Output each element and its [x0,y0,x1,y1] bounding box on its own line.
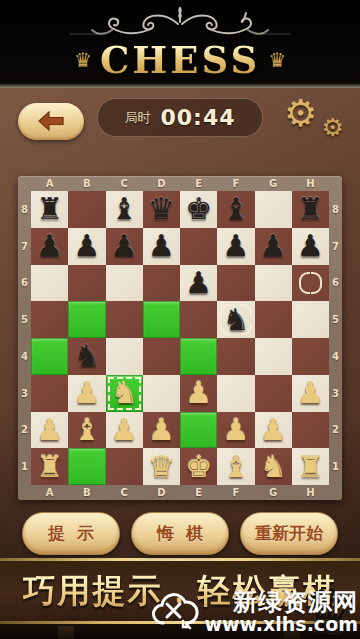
back-arrow-icon [36,111,66,131]
square-e1[interactable]: ♚ [180,448,217,485]
square-e6[interactable]: ♟ [180,265,217,302]
game-timer: 局时 00:44 [97,98,263,137]
file-label-bottom-h: H [292,485,329,500]
app-title: CHESS [100,38,260,82]
black-queen-d8: ♛ [148,194,175,224]
square-a4[interactable] [31,338,68,375]
white-knight-c3: ♞ [111,378,138,408]
file-label-top-b: B [68,176,105,191]
square-g2[interactable]: ♟ [255,412,292,449]
rank-label-left-8: 8 [18,191,31,228]
square-c3[interactable]: ♞ [106,375,143,412]
black-pawn-c7: ♟ [111,231,138,261]
board-corner [18,176,31,191]
file-label-top-g: G [255,176,292,191]
file-label-bottom-c: C [106,485,143,500]
app-screen: ♛ CHESS ♛ 局时 00:44 ⚙ ⚙ ABCDEFGH8♜♝♛♚♝♜87… [0,0,360,639]
square-c5[interactable] [106,301,143,338]
cloud-x-icon [150,590,200,634]
white-bishop-f1: ♝ [222,452,249,482]
watermark: 新绿资源网 www.xlhs.com [150,590,358,635]
square-a5[interactable] [31,301,68,338]
square-d6[interactable] [143,265,180,302]
square-b2[interactable]: ♝ [68,412,105,449]
square-f3[interactable] [217,375,254,412]
black-pawn-a7: ♟ [36,231,63,261]
timer-value: 00:44 [160,105,235,130]
black-rook-h8: ♜ [297,194,324,224]
square-h6[interactable] [292,265,329,302]
white-pawn-c2: ♟ [111,415,138,445]
square-f6[interactable] [217,265,254,302]
back-button[interactable] [18,103,84,140]
square-g3[interactable] [255,375,292,412]
restart-button[interactable]: 重新开始 [240,512,338,555]
white-pawn-d2: ♟ [148,415,175,445]
white-pawn-b3: ♟ [73,378,100,408]
file-label-top-a: A [31,176,68,191]
chess-board: ABCDEFGH8♜♝♛♚♝♜87♟♟♟♟♟♟♟76♟65♞54♞43♟♞♟♟3… [18,176,342,500]
file-label-bottom-g: G [255,485,292,500]
black-rook-a8: ♜ [36,194,63,224]
square-g6[interactable] [255,265,292,302]
white-pawn-h3: ♟ [297,378,324,408]
file-label-top-d: D [143,176,180,191]
square-f5[interactable]: ♞ [217,301,254,338]
rank-label-left-3: 3 [18,375,31,412]
square-d5[interactable] [143,301,180,338]
black-pawn-d7: ♟ [148,231,175,261]
rank-label-right-8: 8 [329,191,342,228]
square-d2[interactable]: ♟ [143,412,180,449]
white-pawn-a2: ♟ [36,415,63,445]
black-bishop-c8: ♝ [111,194,138,224]
square-g8[interactable] [255,191,292,228]
square-c7[interactable]: ♟ [106,228,143,265]
square-b5[interactable] [68,301,105,338]
file-label-bottom-b: B [68,485,105,500]
square-a3[interactable] [31,375,68,412]
square-h5[interactable] [292,301,329,338]
settings-button[interactable]: ⚙ ⚙ [284,92,344,138]
crown-right-icon: ♛ [268,48,286,72]
square-g5[interactable] [255,301,292,338]
square-a6[interactable] [31,265,68,302]
square-h8[interactable]: ♜ [292,191,329,228]
rank-label-left-1: 1 [18,448,31,485]
timer-label: 局时 [124,109,150,127]
square-e3[interactable]: ♟ [180,375,217,412]
black-knight-b4: ♞ [73,341,100,371]
square-f4[interactable] [217,338,254,375]
square-g4[interactable] [255,338,292,375]
square-g1[interactable]: ♞ [255,448,292,485]
file-label-top-f: F [217,176,254,191]
white-queen-d1: ♛ [148,452,175,482]
white-knight-g1: ♞ [260,452,287,482]
square-f1[interactable]: ♝ [217,448,254,485]
black-pawn-e6: ♟ [185,268,212,298]
header: ♛ CHESS ♛ [0,0,360,88]
hint-button[interactable]: 提示 [22,512,120,555]
square-e8[interactable]: ♚ [180,191,217,228]
square-c8[interactable]: ♝ [106,191,143,228]
white-king-e1: ♚ [185,452,212,482]
board-corner [18,485,31,500]
file-label-top-e: E [180,176,217,191]
black-pawn-f7: ♟ [222,231,249,261]
rank-label-left-5: 5 [18,301,31,338]
black-pawn-b7: ♟ [73,231,100,261]
square-d4[interactable] [143,338,180,375]
square-h4[interactable] [292,338,329,375]
black-bishop-f8: ♝ [222,194,249,224]
file-label-bottom-d: D [143,485,180,500]
rank-label-left-2: 2 [18,412,31,449]
square-d3[interactable] [143,375,180,412]
rank-label-right-3: 3 [329,375,342,412]
square-f8[interactable]: ♝ [217,191,254,228]
rank-label-left-4: 4 [18,338,31,375]
square-e7[interactable] [180,228,217,265]
white-pawn-f2: ♟ [222,415,249,445]
action-buttons: 提示 悔棋 重新开始 [0,500,360,555]
square-b8[interactable] [68,191,105,228]
square-e2[interactable] [180,412,217,449]
square-d7[interactable]: ♟ [143,228,180,265]
toolbar: 局时 00:44 ⚙ ⚙ [0,88,360,144]
white-pawn-g2: ♟ [260,415,287,445]
square-b4[interactable]: ♞ [68,338,105,375]
square-b7[interactable]: ♟ [68,228,105,265]
gear-icon-small: ⚙ [322,113,344,142]
square-h7[interactable]: ♟ [292,228,329,265]
table-leg-left [58,626,74,639]
square-f7[interactable]: ♟ [217,228,254,265]
rank-label-right-6: 6 [329,265,342,302]
crown-left-icon: ♛ [74,48,92,72]
square-h1[interactable]: ♜ [292,448,329,485]
square-a2[interactable]: ♟ [31,412,68,449]
file-label-top-h: H [292,176,329,191]
square-b6[interactable] [68,265,105,302]
square-d1[interactable]: ♛ [143,448,180,485]
square-h3[interactable]: ♟ [292,375,329,412]
board-corner [329,485,342,500]
rank-label-right-1: 1 [329,448,342,485]
file-label-top-c: C [106,176,143,191]
file-label-bottom-e: E [180,485,217,500]
square-h2[interactable] [292,412,329,449]
file-label-bottom-a: A [31,485,68,500]
white-pawn-e3: ♟ [185,378,212,408]
rank-label-right-2: 2 [329,412,342,449]
move-from-marker [292,265,329,302]
rank-label-right-4: 4 [329,338,342,375]
square-e5[interactable] [180,301,217,338]
square-a7[interactable]: ♟ [31,228,68,265]
black-king-e8: ♚ [185,194,212,224]
square-c6[interactable] [106,265,143,302]
rank-label-right-7: 7 [329,228,342,265]
rank-label-left-6: 6 [18,265,31,302]
game-area: 局时 00:44 ⚙ ⚙ ABCDEFGH8♜♝♛♚♝♜87♟♟♟♟♟♟♟76♟… [0,88,360,558]
square-d8[interactable]: ♛ [143,191,180,228]
board-corner [329,176,342,191]
file-label-bottom-f: F [217,485,254,500]
square-a8[interactable]: ♜ [31,191,68,228]
square-b3[interactable]: ♟ [68,375,105,412]
undo-button[interactable]: 悔棋 [131,512,229,555]
white-bishop-b2: ♝ [73,415,100,445]
square-c1[interactable] [106,448,143,485]
square-b1[interactable] [68,448,105,485]
white-rook-a1: ♜ [36,452,63,482]
square-f2[interactable]: ♟ [217,412,254,449]
gear-icon-large: ⚙ [284,92,317,135]
move-to-marker [217,301,254,338]
square-g7[interactable]: ♟ [255,228,292,265]
black-pawn-h7: ♟ [297,231,324,261]
square-c4[interactable] [106,338,143,375]
white-rook-h1: ♜ [297,452,324,482]
watermark-site-url: www.xlhs.com [204,615,358,635]
rank-label-left-7: 7 [18,228,31,265]
square-a1[interactable]: ♜ [31,448,68,485]
square-c2[interactable]: ♟ [106,412,143,449]
rank-label-right-5: 5 [329,301,342,338]
black-pawn-g7: ♟ [260,231,287,261]
square-e4[interactable] [180,338,217,375]
watermark-site-name: 新绿资源网 [233,590,358,615]
